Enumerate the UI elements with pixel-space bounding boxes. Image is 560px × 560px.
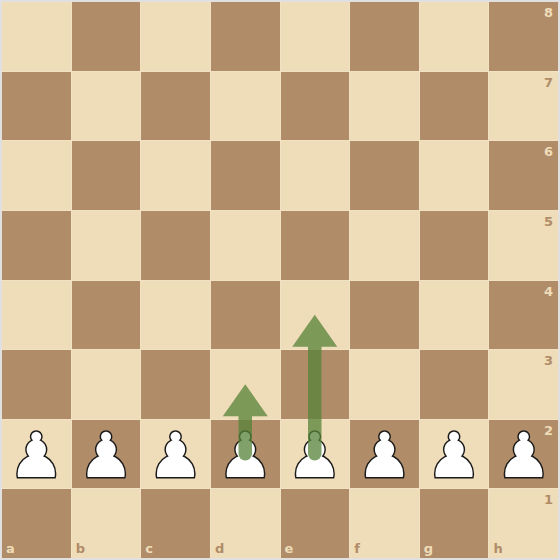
square-b7[interactable] xyxy=(72,72,141,141)
file-label-d: d xyxy=(215,542,224,555)
square-c8[interactable] xyxy=(141,2,210,71)
white-pawn-e2[interactable]: ♟ xyxy=(281,421,350,490)
file-label-c: c xyxy=(145,542,153,555)
square-h8[interactable]: 8 xyxy=(489,2,558,71)
square-h3[interactable]: 3 xyxy=(489,350,558,419)
square-b2[interactable]: ♟ xyxy=(72,420,141,489)
square-b5[interactable] xyxy=(72,211,141,280)
square-e6[interactable] xyxy=(281,141,350,210)
square-d5[interactable] xyxy=(211,211,280,280)
square-e7[interactable] xyxy=(281,72,350,141)
white-pawn-g2[interactable]: ♟ xyxy=(420,421,489,490)
square-e5[interactable] xyxy=(281,211,350,280)
square-e1[interactable]: e xyxy=(281,489,350,558)
square-f3[interactable] xyxy=(350,350,419,419)
square-h6[interactable]: 6 xyxy=(489,141,558,210)
square-e8[interactable] xyxy=(281,2,350,71)
square-c5[interactable] xyxy=(141,211,210,280)
file-label-f: f xyxy=(354,542,360,555)
square-a5[interactable] xyxy=(2,211,71,280)
square-g8[interactable] xyxy=(420,2,489,71)
chess-board: 876543♟♟♟♟♟♟♟2♟abcdefg1h xyxy=(2,2,558,558)
square-d6[interactable] xyxy=(211,141,280,210)
square-f5[interactable] xyxy=(350,211,419,280)
square-c6[interactable] xyxy=(141,141,210,210)
square-c4[interactable] xyxy=(141,281,210,350)
square-e2[interactable]: ♟ xyxy=(281,420,350,489)
square-a3[interactable] xyxy=(2,350,71,419)
square-g2[interactable]: ♟ xyxy=(420,420,489,489)
square-h7[interactable]: 7 xyxy=(489,72,558,141)
square-d1[interactable]: d xyxy=(211,489,280,558)
square-g6[interactable] xyxy=(420,141,489,210)
square-g5[interactable] xyxy=(420,211,489,280)
rank-label-3: 3 xyxy=(544,354,553,367)
square-a1[interactable]: a xyxy=(2,489,71,558)
square-b6[interactable] xyxy=(72,141,141,210)
square-g3[interactable] xyxy=(420,350,489,419)
square-g7[interactable] xyxy=(420,72,489,141)
square-h5[interactable]: 5 xyxy=(489,211,558,280)
file-label-h: h xyxy=(493,542,502,555)
square-e3[interactable] xyxy=(281,350,350,419)
white-pawn-f2[interactable]: ♟ xyxy=(350,421,419,490)
file-label-b: b xyxy=(76,542,85,555)
file-label-a: a xyxy=(6,542,15,555)
square-b3[interactable] xyxy=(72,350,141,419)
square-b8[interactable] xyxy=(72,2,141,71)
square-f1[interactable]: f xyxy=(350,489,419,558)
square-f8[interactable] xyxy=(350,2,419,71)
square-c1[interactable]: c xyxy=(141,489,210,558)
white-pawn-d2[interactable]: ♟ xyxy=(211,421,280,490)
square-f6[interactable] xyxy=(350,141,419,210)
square-d7[interactable] xyxy=(211,72,280,141)
white-pawn-b2[interactable]: ♟ xyxy=(72,421,141,490)
rank-label-8: 8 xyxy=(544,6,553,19)
white-pawn-a2[interactable]: ♟ xyxy=(2,421,71,490)
square-f2[interactable]: ♟ xyxy=(350,420,419,489)
square-d4[interactable] xyxy=(211,281,280,350)
square-d3[interactable] xyxy=(211,350,280,419)
square-g1[interactable]: g xyxy=(420,489,489,558)
square-h1[interactable]: 1h xyxy=(489,489,558,558)
square-e4[interactable] xyxy=(281,281,350,350)
square-c7[interactable] xyxy=(141,72,210,141)
square-h2[interactable]: 2♟ xyxy=(489,420,558,489)
square-a2[interactable]: ♟ xyxy=(2,420,71,489)
file-label-g: g xyxy=(424,542,433,555)
rank-label-4: 4 xyxy=(544,285,553,298)
white-pawn-h2[interactable]: ♟ xyxy=(489,421,558,490)
square-d2[interactable]: ♟ xyxy=(211,420,280,489)
square-a6[interactable] xyxy=(2,141,71,210)
square-d8[interactable] xyxy=(211,2,280,71)
square-b4[interactable] xyxy=(72,281,141,350)
board-frame: 876543♟♟♟♟♟♟♟2♟abcdefg1h xyxy=(0,0,560,560)
rank-label-6: 6 xyxy=(544,145,553,158)
board-grid: 876543♟♟♟♟♟♟♟2♟abcdefg1h xyxy=(2,2,558,558)
square-c2[interactable]: ♟ xyxy=(141,420,210,489)
square-h4[interactable]: 4 xyxy=(489,281,558,350)
square-a7[interactable] xyxy=(2,72,71,141)
square-f4[interactable] xyxy=(350,281,419,350)
white-pawn-c2[interactable]: ♟ xyxy=(141,421,210,490)
file-label-e: e xyxy=(285,542,294,555)
square-a4[interactable] xyxy=(2,281,71,350)
square-a8[interactable] xyxy=(2,2,71,71)
rank-label-1: 1 xyxy=(544,493,553,506)
square-c3[interactable] xyxy=(141,350,210,419)
square-g4[interactable] xyxy=(420,281,489,350)
rank-label-5: 5 xyxy=(544,215,553,228)
square-f7[interactable] xyxy=(350,72,419,141)
square-b1[interactable]: b xyxy=(72,489,141,558)
rank-label-7: 7 xyxy=(544,76,553,89)
